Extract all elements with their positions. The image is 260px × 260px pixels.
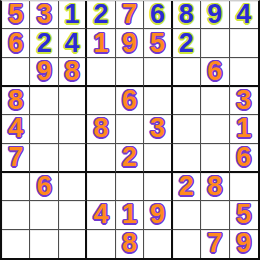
- cell-r4c6[interactable]: [144, 87, 172, 115]
- given-digit: 8: [65, 58, 80, 85]
- cell-r3c5[interactable]: [116, 58, 144, 87]
- cell-r4c9[interactable]: 3: [230, 87, 258, 115]
- cell-r3c1[interactable]: [2, 58, 30, 87]
- user-digit: 2: [94, 1, 109, 28]
- cell-r5c9[interactable]: 1: [230, 115, 258, 143]
- cell-r8c4[interactable]: 4: [87, 201, 115, 229]
- cell-r7c4[interactable]: [87, 173, 115, 201]
- given-digit: 7: [207, 230, 222, 257]
- cell-r7c2[interactable]: 6: [30, 173, 58, 201]
- cell-r3c4[interactable]: [87, 58, 115, 87]
- user-digit: 4: [236, 1, 251, 28]
- cell-r6c2[interactable]: [30, 144, 58, 173]
- cell-r9c2[interactable]: [30, 230, 58, 258]
- cell-r6c8[interactable]: [201, 144, 229, 173]
- sudoku-board: 531276894624195298686348317266284195879: [0, 0, 260, 260]
- cell-r3c9[interactable]: [230, 58, 258, 87]
- cell-r1c5[interactable]: 7: [116, 1, 144, 29]
- given-digit: 8: [8, 87, 23, 114]
- cell-r8c7[interactable]: [173, 201, 201, 229]
- given-digit: 9: [37, 58, 52, 85]
- user-digit: 2: [37, 30, 52, 57]
- given-digit: 5: [150, 30, 165, 57]
- cell-r3c3[interactable]: 8: [59, 58, 87, 87]
- given-digit: 2: [179, 173, 194, 200]
- cell-r2c3[interactable]: 4: [59, 29, 87, 57]
- cell-r7c9[interactable]: [230, 173, 258, 201]
- given-digit: 3: [150, 115, 165, 142]
- cell-r3c6[interactable]: [144, 58, 172, 87]
- cell-r5c2[interactable]: [30, 115, 58, 143]
- cell-r7c1[interactable]: [2, 173, 30, 201]
- user-digit: 4: [65, 30, 80, 57]
- cell-r2c8[interactable]: [201, 29, 229, 57]
- cell-r1c6[interactable]: 6: [144, 1, 172, 29]
- given-digit: 3: [37, 1, 52, 28]
- cell-r5c8[interactable]: [201, 115, 229, 143]
- cell-r8c2[interactable]: [30, 201, 58, 229]
- cell-r6c7[interactable]: [173, 144, 201, 173]
- cell-r2c5[interactable]: 9: [116, 29, 144, 57]
- user-digit: 6: [150, 1, 165, 28]
- given-digit: 3: [236, 87, 251, 114]
- cell-r9c5[interactable]: 8: [116, 230, 144, 258]
- cell-r9c1[interactable]: [2, 230, 30, 258]
- cell-r2c1[interactable]: 6: [2, 29, 30, 57]
- cell-r5c5[interactable]: [116, 115, 144, 143]
- cell-r6c3[interactable]: [59, 144, 87, 173]
- given-digit: 9: [122, 30, 137, 57]
- cell-r6c1[interactable]: 7: [2, 144, 30, 173]
- cell-r3c7[interactable]: [173, 58, 201, 87]
- user-digit: 9: [207, 1, 222, 28]
- cell-r4c7[interactable]: [173, 87, 201, 115]
- cell-r5c6[interactable]: 3: [144, 115, 172, 143]
- given-digit: 6: [37, 173, 52, 200]
- given-digit: 1: [94, 30, 109, 57]
- cell-r2c9[interactable]: [230, 29, 258, 57]
- given-digit: 8: [207, 173, 222, 200]
- cell-r9c3[interactable]: [59, 230, 87, 258]
- cell-r5c3[interactable]: [59, 115, 87, 143]
- cell-r2c6[interactable]: 5: [144, 29, 172, 57]
- cell-r4c5[interactable]: 6: [116, 87, 144, 115]
- cell-r1c2[interactable]: 3: [30, 1, 58, 29]
- cell-r7c8[interactable]: 8: [201, 173, 229, 201]
- cell-r8c9[interactable]: 5: [230, 201, 258, 229]
- cell-r3c8[interactable]: 6: [201, 58, 229, 87]
- cell-r9c6[interactable]: [144, 230, 172, 258]
- cell-r5c1[interactable]: 4: [2, 115, 30, 143]
- given-digit: 1: [236, 115, 251, 142]
- given-digit: 2: [122, 144, 137, 171]
- given-digit: 6: [8, 30, 23, 57]
- cell-r7c6[interactable]: [144, 173, 172, 201]
- cell-r5c7[interactable]: [173, 115, 201, 143]
- cell-r4c3[interactable]: [59, 87, 87, 115]
- cell-r2c2[interactable]: 2: [30, 29, 58, 57]
- cell-r9c4[interactable]: [87, 230, 115, 258]
- cell-r7c5[interactable]: [116, 173, 144, 201]
- cell-r3c2[interactable]: 9: [30, 58, 58, 87]
- cell-r1c8[interactable]: 9: [201, 1, 229, 29]
- given-digit: 6: [207, 58, 222, 85]
- cell-r4c4[interactable]: [87, 87, 115, 115]
- given-digit: 9: [236, 230, 251, 257]
- cell-r6c5[interactable]: 2: [116, 144, 144, 173]
- cell-r7c7[interactable]: 2: [173, 173, 201, 201]
- cell-r1c1[interactable]: 5: [2, 1, 30, 29]
- cell-r9c7[interactable]: [173, 230, 201, 258]
- cell-r8c6[interactable]: 9: [144, 201, 172, 229]
- cell-r1c7[interactable]: 8: [173, 1, 201, 29]
- cell-r8c8[interactable]: [201, 201, 229, 229]
- cell-r6c4[interactable]: [87, 144, 115, 173]
- cell-r4c2[interactable]: [30, 87, 58, 115]
- cell-r7c3[interactable]: [59, 173, 87, 201]
- cell-r5c4[interactable]: 8: [87, 115, 115, 143]
- cell-r1c3[interactable]: 1: [59, 1, 87, 29]
- given-digit: 1: [122, 201, 137, 228]
- cell-r9c9[interactable]: 9: [230, 230, 258, 258]
- given-digit: 6: [122, 87, 137, 114]
- cell-r2c7[interactable]: 2: [173, 29, 201, 57]
- cell-r6c6[interactable]: [144, 144, 172, 173]
- given-digit: 4: [94, 201, 109, 228]
- cell-r4c8[interactable]: [201, 87, 229, 115]
- given-digit: 8: [122, 230, 137, 257]
- given-digit: 7: [8, 144, 23, 171]
- cell-r6c9[interactable]: 6: [230, 144, 258, 173]
- user-digit: 1: [65, 1, 80, 28]
- cell-r1c4[interactable]: 2: [87, 1, 115, 29]
- given-digit: 5: [236, 201, 251, 228]
- given-digit: 5: [8, 1, 23, 28]
- given-digit: 9: [150, 201, 165, 228]
- cell-r4c1[interactable]: 8: [2, 87, 30, 115]
- cell-r8c1[interactable]: [2, 201, 30, 229]
- given-digit: 4: [8, 115, 23, 142]
- cell-r8c5[interactable]: 1: [116, 201, 144, 229]
- given-digit: 8: [94, 115, 109, 142]
- cell-r2c4[interactable]: 1: [87, 29, 115, 57]
- user-digit: 8: [179, 1, 194, 28]
- cell-r8c3[interactable]: [59, 201, 87, 229]
- given-digit: 6: [236, 144, 251, 171]
- user-digit: 2: [179, 30, 194, 57]
- cell-r1c9[interactable]: 4: [230, 1, 258, 29]
- cell-r9c8[interactable]: 7: [201, 230, 229, 258]
- given-digit: 7: [122, 1, 137, 28]
